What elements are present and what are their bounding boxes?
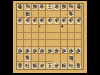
board-square[interactable]: 玉 [46, 62, 53, 69]
board-square[interactable]: 飛 [24, 11, 31, 18]
shogi-piece-gote-pawn[interactable]: 歩 [39, 18, 45, 24]
board-square[interactable] [68, 25, 75, 32]
shogi-piece-gote-pawn[interactable]: 歩 [32, 18, 38, 24]
shogi-piece-sente-pawn[interactable]: 歩 [68, 47, 74, 53]
shogi-piece-gote-bishop[interactable]: 角 [68, 11, 74, 17]
board-square[interactable]: 歩 [68, 18, 75, 25]
board-square[interactable] [39, 25, 46, 32]
board-square[interactable] [32, 54, 39, 61]
shogi-piece-gote-pawn[interactable]: 歩 [25, 18, 31, 24]
board-square[interactable] [46, 33, 53, 40]
board-square[interactable] [46, 25, 53, 32]
shogi-piece-sente-pawn[interactable]: 歩 [76, 47, 82, 53]
board-square[interactable]: 歩 [24, 47, 31, 54]
board-square[interactable]: 香 [75, 4, 82, 11]
board-square[interactable] [75, 33, 82, 40]
shogi-piece-gote-rook[interactable]: 飛 [25, 11, 31, 17]
board-square[interactable]: 金 [39, 62, 46, 69]
shogi-piece-gote-pawn[interactable]: 歩 [68, 18, 74, 24]
board-square[interactable]: 王 [46, 4, 53, 11]
shogi-piece-gote-pawn[interactable]: 歩 [54, 18, 60, 24]
board-square[interactable] [46, 54, 53, 61]
board-square[interactable]: 桂 [68, 4, 75, 11]
shogi-piece-sente-pawn[interactable]: 歩 [25, 47, 31, 53]
shogi-piece-sente-pawn[interactable]: 歩 [61, 47, 67, 53]
board-square[interactable]: 銀 [61, 4, 68, 11]
board-square[interactable]: 歩 [39, 47, 46, 54]
shogi-piece-gote-pawn[interactable]: 歩 [47, 18, 53, 24]
board-square[interactable]: 桂 [24, 62, 31, 69]
shogi-piece-gote-pawn[interactable]: 歩 [61, 18, 67, 24]
board-square[interactable] [46, 11, 53, 18]
shogi-piece-gote-silver[interactable]: 銀 [32, 4, 38, 10]
board-square[interactable] [75, 40, 82, 47]
board-square[interactable]: 歩 [68, 47, 75, 54]
board-square[interactable] [39, 11, 46, 18]
board-square[interactable]: 金 [53, 4, 60, 11]
board-square[interactable] [68, 33, 75, 40]
board-square[interactable]: 金 [53, 62, 60, 69]
board-square[interactable] [61, 11, 68, 18]
board-square[interactable] [75, 11, 82, 18]
board-square[interactable] [61, 25, 68, 32]
board-square[interactable] [53, 40, 60, 47]
board-square[interactable] [32, 11, 39, 18]
board-square[interactable] [39, 54, 46, 61]
board-square[interactable]: 歩 [39, 18, 46, 25]
board-square[interactable]: 歩 [75, 18, 82, 25]
shogi-piece-gote-king[interactable]: 王 [47, 4, 53, 10]
board-square[interactable] [75, 25, 82, 32]
shogi-piece-gote-lance[interactable]: 香 [76, 4, 82, 10]
shogi-piece-gote-knight[interactable]: 桂 [68, 4, 74, 10]
shogi-piece-gote-gold[interactable]: 金 [54, 4, 60, 10]
shogi-piece-sente-pawn[interactable]: 歩 [17, 47, 23, 53]
board-square[interactable]: 香 [17, 4, 24, 11]
board-square[interactable]: 歩 [24, 18, 31, 25]
shogi-piece-gote-silver[interactable]: 銀 [61, 4, 67, 10]
board-square[interactable]: 歩 [46, 47, 53, 54]
shogi-piece-gote-gold[interactable]: 金 [39, 4, 45, 10]
shogi-piece-sente-gold[interactable]: 金 [54, 62, 60, 68]
board-square[interactable]: 角 [68, 11, 75, 18]
screenshot-background: 香桂銀金王金銀桂香飛角歩歩歩歩歩歩歩歩歩歩歩歩歩歩歩歩歩歩角飛香桂銀金玉金銀桂香 [0, 0, 100, 75]
board-square[interactable] [61, 54, 68, 61]
board-square[interactable] [53, 33, 60, 40]
board-square[interactable]: 歩 [61, 18, 68, 25]
board-square[interactable]: 銀 [32, 62, 39, 69]
board-square[interactable] [17, 11, 24, 18]
shogi-piece-sente-lance[interactable]: 香 [17, 62, 23, 68]
board-square[interactable] [32, 40, 39, 47]
board-square[interactable]: 歩 [17, 47, 24, 54]
board-square[interactable] [32, 33, 39, 40]
board-square[interactable]: 歩 [17, 18, 24, 25]
shogi-piece-gote-pawn[interactable]: 歩 [76, 18, 82, 24]
shogi-piece-sente-rook[interactable]: 飛 [68, 55, 74, 61]
shogi-piece-sente-knight[interactable]: 桂 [68, 62, 74, 68]
shogi-piece-sente-pawn[interactable]: 歩 [54, 47, 60, 53]
shogi-piece-sente-gold[interactable]: 金 [39, 62, 45, 68]
board-square[interactable] [17, 54, 24, 61]
board-square[interactable]: 歩 [61, 47, 68, 54]
board-square[interactable]: 歩 [75, 47, 82, 54]
shogi-piece-sente-pawn[interactable]: 歩 [47, 47, 53, 53]
board-square[interactable] [53, 54, 60, 61]
shogi-piece-sente-knight[interactable]: 桂 [25, 62, 31, 68]
board-square[interactable] [32, 25, 39, 32]
board-square[interactable]: 桂 [68, 62, 75, 69]
board-square[interactable] [75, 54, 82, 61]
shogi-piece-gote-knight[interactable]: 桂 [25, 4, 31, 10]
board-square[interactable]: 歩 [46, 18, 53, 25]
shogi-piece-sente-pawn[interactable]: 歩 [39, 47, 45, 53]
board-square[interactable]: 歩 [32, 47, 39, 54]
board-square[interactable]: 銀 [32, 4, 39, 11]
board-square[interactable] [39, 33, 46, 40]
shogi-piece-gote-pawn[interactable]: 歩 [17, 18, 23, 24]
board-square[interactable]: 香 [17, 62, 24, 69]
board-square[interactable]: 歩 [32, 18, 39, 25]
shogi-piece-sente-bishop[interactable]: 角 [25, 54, 31, 60]
board-square[interactable] [17, 25, 24, 32]
shogi-piece-sente-silver[interactable]: 銀 [61, 62, 67, 68]
board-square[interactable]: 歩 [53, 47, 60, 54]
board-square[interactable]: 香 [75, 62, 82, 69]
board-square[interactable] [24, 25, 31, 32]
board-square[interactable] [17, 33, 24, 40]
shogi-piece-sente-pawn[interactable]: 歩 [32, 47, 38, 53]
board-square[interactable] [17, 40, 24, 47]
board-square[interactable] [24, 40, 31, 47]
shogi-piece-sente-king[interactable]: 玉 [47, 62, 53, 68]
board-square[interactable]: 金 [39, 4, 46, 11]
shogi-piece-sente-silver[interactable]: 銀 [32, 62, 38, 68]
board-square[interactable]: 桂 [24, 4, 31, 11]
board-square[interactable] [68, 40, 75, 47]
board-square[interactable] [53, 25, 60, 32]
board-square[interactable]: 角 [24, 54, 31, 61]
shogi-piece-sente-lance[interactable]: 香 [76, 62, 82, 68]
board-square[interactable]: 飛 [68, 54, 75, 61]
board-square[interactable] [24, 33, 31, 40]
shogi-piece-gote-lance[interactable]: 香 [17, 4, 23, 10]
board-square[interactable] [53, 11, 60, 18]
shogi-board: 香桂銀金王金銀桂香飛角歩歩歩歩歩歩歩歩歩歩歩歩歩歩歩歩歩歩角飛香桂銀金玉金銀桂香 [13, 1, 87, 73]
board-square[interactable] [61, 40, 68, 47]
board-square[interactable]: 銀 [61, 62, 68, 69]
board-square[interactable] [46, 40, 53, 47]
shogi-board-grid[interactable]: 香桂銀金王金銀桂香飛角歩歩歩歩歩歩歩歩歩歩歩歩歩歩歩歩歩歩角飛香桂銀金玉金銀桂香 [16, 3, 84, 71]
board-square[interactable] [39, 40, 46, 47]
board-square[interactable] [61, 33, 68, 40]
board-square[interactable]: 歩 [53, 18, 60, 25]
